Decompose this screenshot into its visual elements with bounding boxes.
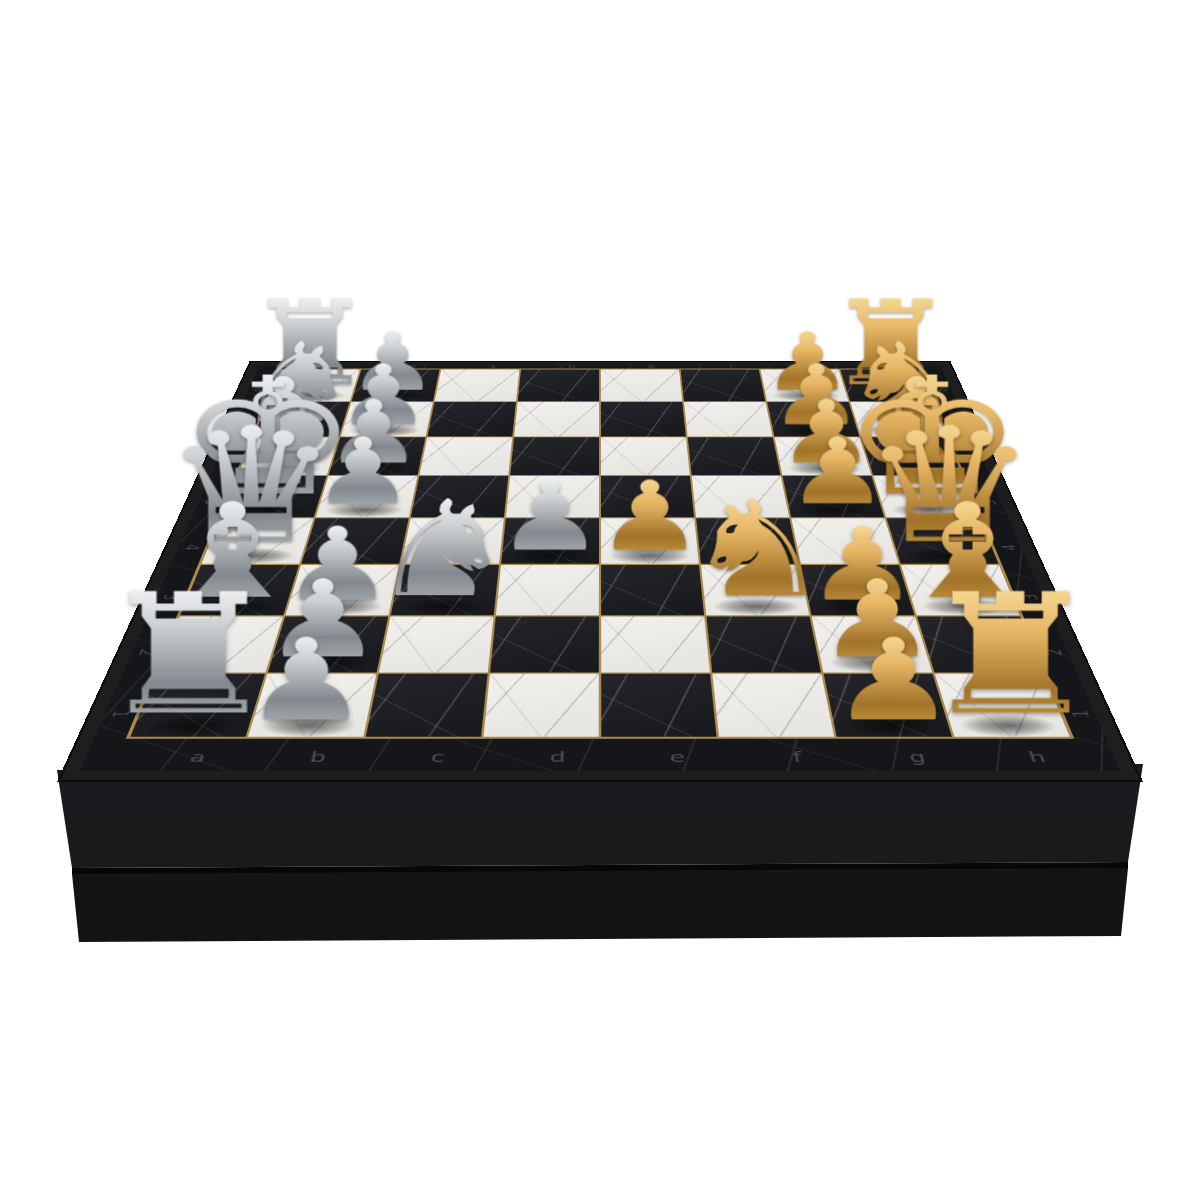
square-f7[interactable] <box>684 402 773 437</box>
square-h1[interactable]: ♜ <box>935 674 1070 737</box>
square-d7[interactable] <box>514 402 599 437</box>
square-e7[interactable] <box>601 402 686 437</box>
file-label-back-h: h <box>885 364 895 370</box>
file-label-back-c: c <box>488 364 496 370</box>
file-label-front-c: c <box>430 748 446 766</box>
file-label-back-g: g <box>806 364 815 370</box>
file-label-front-e: e <box>669 748 686 766</box>
square-e8[interactable] <box>601 369 682 401</box>
file-label-front-a: a <box>187 748 208 766</box>
board-grid: ♜♟♟♜♞♟♟♞♝♟♟♝♚♟♟♚♛♟♟♛♝♟♞♞♟♝♟♟♜♟♟♜ <box>126 368 1074 738</box>
file-label-back-f: f <box>728 364 733 370</box>
product-photo-stage: ♜♟♟♜♞♟♟♞♝♟♟♝♚♟♟♚♛♟♟♛♝♟♞♞♟♝♟♟♜♟♟♜ aabbccd… <box>0 0 1200 1200</box>
square-d8[interactable] <box>518 369 599 401</box>
chess-board: ♜♟♟♜♞♟♟♞♝♟♟♝♚♟♟♚♛♟♟♛♝♟♞♞♟♝♟♟♜♟♟♜ aabbccd… <box>176 187 1024 1035</box>
square-e2[interactable] <box>601 616 710 672</box>
square-e1[interactable] <box>601 674 716 737</box>
file-label-back-e: e <box>647 364 655 370</box>
file-label-front-b: b <box>308 748 328 766</box>
square-c1[interactable] <box>366 674 488 737</box>
square-c7[interactable] <box>427 402 516 437</box>
square-c8[interactable] <box>435 369 520 401</box>
file-label-front-h: h <box>1026 748 1048 766</box>
file-label-back-b: b <box>408 364 417 370</box>
square-c2[interactable] <box>379 616 494 672</box>
square-c3[interactable]: ♞ <box>391 565 499 615</box>
square-f2[interactable] <box>706 616 821 672</box>
piece-gold-rook[interactable]: ♜ <box>918 576 1104 734</box>
piece-silver-rook[interactable]: ♜ <box>96 576 282 734</box>
square-a1[interactable]: ♜ <box>130 674 265 737</box>
rank-label-left-8: 8 <box>250 388 270 392</box>
file-label-front-g: g <box>907 748 928 766</box>
board-surface: ♜♟♟♜♞♟♟♞♝♟♟♝♚♟♟♚♛♟♟♛♝♟♞♞♟♝♟♟♜♟♟♜ aabbccd… <box>60 362 1139 780</box>
square-f3[interactable]: ♞ <box>701 565 809 615</box>
square-d2[interactable] <box>490 616 599 672</box>
file-label-front-d: d <box>549 748 565 766</box>
file-label-front-f: f <box>791 748 803 766</box>
file-label-back-d: d <box>568 364 576 370</box>
square-d1[interactable] <box>483 674 598 737</box>
square-f8[interactable] <box>681 369 766 401</box>
rank-label-right-8: 8 <box>931 388 951 392</box>
piece-silver-knight[interactable]: ♞ <box>368 487 517 613</box>
piece-gold-knight[interactable]: ♞ <box>683 487 832 613</box>
square-f1[interactable] <box>712 674 834 737</box>
